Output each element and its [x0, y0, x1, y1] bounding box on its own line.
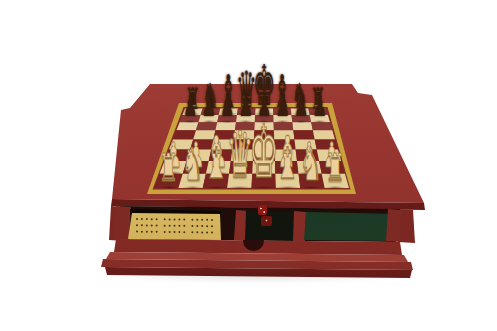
piece-white-bishop-c1: ♝ [204, 129, 229, 188]
piece-white-rook-a1: ♜ [159, 149, 179, 188]
piece-black-pawn-g7: ♟ [294, 93, 308, 122]
piece-black-pawn-a7: ♟ [183, 93, 197, 122]
product-photo-scene: ♜♞♝♛♚♝♞♜♟♟♟♟♟♟♟♟♟♟♟♟♟♟♟♟♜♞♝♛♚♝♞♜ [0, 0, 497, 331]
piece-white-bishop-f1: ♝ [275, 129, 300, 188]
piece-black-pawn-h7: ♟ [312, 93, 326, 122]
piece-white-rook-h1: ♜ [325, 149, 345, 188]
piece-white-knight-b1: ♞ [182, 142, 204, 188]
piece-black-pawn-b7: ♟ [202, 93, 216, 122]
chess-pieces-layer: ♜♞♝♛♚♝♞♜♟♟♟♟♟♟♟♟♟♟♟♟♟♟♟♟♜♞♝♛♚♝♞♜ [0, 0, 497, 331]
piece-white-knight-g1: ♞ [301, 142, 323, 188]
